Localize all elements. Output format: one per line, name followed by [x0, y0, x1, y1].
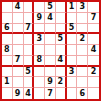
sudoku-cell[interactable] [24, 77, 35, 88]
sudoku-cell[interactable] [88, 2, 99, 13]
sudoku-cell[interactable]: 4 [24, 88, 35, 99]
sudoku-cell[interactable]: 3 [67, 67, 78, 78]
sudoku-cell[interactable] [56, 13, 67, 24]
sudoku-cell[interactable] [24, 2, 35, 13]
sudoku-cell[interactable]: 1 [67, 2, 78, 13]
sudoku-cell[interactable]: 2 [56, 77, 67, 88]
sudoku-cell[interactable] [34, 67, 45, 78]
sudoku-cell[interactable] [67, 77, 78, 88]
sudoku-cell[interactable] [45, 45, 56, 56]
sudoku-cell[interactable]: 4 [13, 2, 24, 13]
sudoku-cell[interactable] [67, 56, 78, 67]
sudoku-cell[interactable] [88, 34, 99, 45]
sudoku-cell[interactable] [2, 88, 13, 99]
sudoku-cell[interactable] [24, 56, 35, 67]
sudoku-cell[interactable]: 7 [88, 13, 99, 24]
sudoku-cell[interactable]: 8 [34, 56, 45, 67]
sudoku-cell[interactable] [67, 88, 78, 99]
sudoku-cell[interactable] [34, 45, 45, 56]
sudoku-cell[interactable] [45, 56, 56, 67]
sudoku-cell[interactable] [56, 88, 67, 99]
sudoku-cell[interactable] [56, 24, 67, 35]
sudoku-cell[interactable] [56, 45, 67, 56]
sudoku-cell[interactable] [24, 13, 35, 24]
sudoku-cell[interactable] [13, 34, 24, 45]
sudoku-cell[interactable] [45, 67, 56, 78]
sudoku-cell[interactable] [77, 77, 88, 88]
sudoku-cell[interactable] [2, 67, 13, 78]
sudoku-cell[interactable] [13, 24, 24, 35]
sudoku-cell[interactable]: 3 [77, 2, 88, 13]
sudoku-cell[interactable] [88, 24, 99, 35]
sudoku-cell[interactable] [77, 67, 88, 78]
sudoku-cell[interactable] [67, 34, 78, 45]
sudoku-cell[interactable] [45, 34, 56, 45]
sudoku-cell[interactable]: 7 [13, 56, 24, 67]
sudoku-cell[interactable] [67, 45, 78, 56]
sudoku-cell[interactable] [67, 13, 78, 24]
sudoku-cell[interactable] [2, 13, 13, 24]
sudoku-cell[interactable]: 4 [45, 13, 56, 24]
sudoku-cell[interactable] [77, 45, 88, 56]
sudoku-cell[interactable] [34, 77, 45, 88]
sudoku-cell[interactable] [24, 45, 35, 56]
sudoku-cell[interactable]: 5 [45, 2, 56, 13]
sudoku-cell[interactable] [56, 67, 67, 78]
sudoku-cell[interactable]: 9 [13, 88, 24, 99]
sudoku-cell[interactable]: 2 [88, 67, 99, 78]
sudoku-cell[interactable] [77, 56, 88, 67]
sudoku-cell[interactable] [2, 56, 13, 67]
sudoku-cell[interactable]: 9 [34, 13, 45, 24]
sudoku-cell[interactable] [88, 56, 99, 67]
sudoku-cell[interactable] [34, 2, 45, 13]
sudoku-cell[interactable]: 4 [88, 45, 99, 56]
sudoku-cell[interactable] [13, 67, 24, 78]
sudoku-cell[interactable] [24, 34, 35, 45]
sudoku-cell[interactable] [88, 88, 99, 99]
sudoku-cell[interactable]: 2 [77, 34, 88, 45]
sudoku-cell[interactable]: 4 [56, 56, 67, 67]
sudoku-cell[interactable] [77, 13, 88, 24]
sudoku-cell[interactable]: 8 [2, 45, 13, 56]
sudoku-cell[interactable]: 9 [45, 77, 56, 88]
sudoku-cell[interactable] [13, 45, 24, 56]
sudoku-cell[interactable] [88, 77, 99, 88]
sudoku-cell[interactable] [45, 24, 56, 35]
sudoku-cell[interactable]: 7 [24, 24, 35, 35]
sudoku-cell[interactable] [13, 77, 24, 88]
sudoku-cell[interactable]: 3 [34, 34, 45, 45]
sudoku-cell[interactable] [13, 13, 24, 24]
sudoku-cell[interactable]: 5 [56, 34, 67, 45]
sudoku-cell[interactable]: 6 [2, 24, 13, 35]
sudoku-cell[interactable]: 7 [45, 88, 56, 99]
sudoku-cell[interactable] [2, 34, 13, 45]
sudoku-cell[interactable]: 1 [2, 77, 13, 88]
sudoku-cell[interactable] [34, 24, 45, 35]
sudoku-cell[interactable] [56, 2, 67, 13]
sudoku-cell[interactable] [34, 88, 45, 99]
sudoku-cell[interactable]: 5 [67, 24, 78, 35]
sudoku-cell[interactable] [2, 2, 13, 13]
sudoku-board: 4513947675352847845321929476 [0, 0, 101, 101]
sudoku-cell[interactable]: 5 [24, 67, 35, 78]
sudoku-cell[interactable]: 6 [77, 88, 88, 99]
sudoku-cell[interactable] [77, 24, 88, 35]
